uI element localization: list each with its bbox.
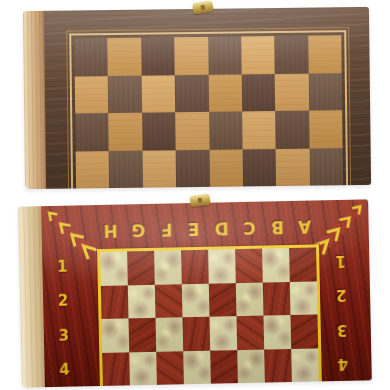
chessboard-half-rosewood: [100, 247, 319, 385]
square-dark: [176, 149, 210, 187]
square-light: [209, 316, 237, 350]
rank-labels-right: 1234: [329, 244, 354, 381]
file-label: H: [96, 215, 124, 246]
square-light: [237, 349, 265, 383]
wooden-chess-box-bottom: HGFEDCBA 1234 1234: [18, 199, 372, 387]
file-label: A: [291, 211, 319, 242]
square-light: [154, 250, 182, 284]
square-dark: [109, 150, 143, 188]
square-light: [290, 281, 318, 315]
square-dark: [308, 73, 342, 111]
square-dark: [263, 282, 291, 316]
square-light: [291, 348, 319, 382]
square-light: [241, 36, 275, 74]
square-dark: [242, 74, 276, 112]
square-dark: [209, 111, 243, 149]
rank-label: 3: [336, 320, 347, 338]
rank-label: 1: [57, 258, 68, 276]
square-light: [183, 350, 211, 384]
square-light: [208, 249, 236, 283]
rank-label: 4: [337, 355, 348, 373]
box-top-face-rosewood: HGFEDCBA 1234 1234: [41, 199, 372, 387]
square-dark: [275, 111, 309, 149]
square-dark: [309, 148, 343, 186]
square-dark: [156, 351, 184, 385]
square-dark: [108, 75, 142, 113]
square-light: [208, 74, 242, 112]
box-top-face-walnut: [44, 7, 371, 189]
rank-label: 4: [59, 361, 70, 379]
square-light: [156, 317, 184, 351]
square-light: [142, 150, 176, 188]
square-light: [209, 149, 243, 187]
square-light: [262, 248, 290, 282]
square-dark: [141, 37, 175, 75]
rank-labels-left: 1234: [51, 250, 76, 387]
square-dark: [175, 74, 209, 112]
square-dark: [127, 251, 155, 285]
square-light: [174, 37, 208, 75]
rank-label: 2: [336, 286, 347, 304]
square-dark: [181, 250, 209, 284]
square-dark: [102, 352, 130, 386]
file-labels-row: HGFEDCBA: [96, 211, 319, 246]
square-dark: [290, 314, 318, 348]
rank-label: 2: [58, 292, 69, 310]
square-dark: [142, 112, 176, 150]
square-light: [108, 38, 142, 76]
square-light: [102, 318, 130, 352]
chessboard-half-walnut: [74, 35, 343, 188]
file-label: G: [124, 215, 152, 246]
square-dark: [208, 36, 242, 74]
square-light: [275, 73, 309, 111]
square-dark: [182, 317, 210, 351]
square-dark: [75, 113, 109, 151]
square-dark: [274, 36, 308, 74]
square-dark: [155, 284, 183, 318]
square-light: [182, 283, 210, 317]
file-label: E: [180, 214, 208, 245]
file-label: B: [263, 212, 291, 243]
square-dark: [129, 318, 157, 352]
square-dark: [236, 316, 264, 350]
rank-label: 3: [58, 326, 69, 344]
square-light: [129, 351, 157, 385]
yellow-border-frame: [97, 244, 322, 386]
product-photo: HGFEDCBA 1234 1234: [0, 0, 390, 390]
square-dark: [264, 348, 292, 382]
square-light: [75, 76, 109, 114]
box-side-panel: [23, 11, 46, 189]
square-light: [242, 111, 276, 149]
square-light: [263, 315, 291, 349]
file-label: D: [207, 213, 235, 244]
rank-label: 1: [335, 252, 346, 270]
square-light: [175, 112, 209, 150]
square-light: [141, 75, 175, 113]
square-dark: [209, 283, 237, 317]
square-light: [128, 284, 156, 318]
square-dark: [101, 285, 129, 319]
square-light: [308, 35, 342, 73]
square-dark: [243, 149, 277, 187]
file-label: C: [235, 213, 263, 244]
square-dark: [235, 249, 263, 283]
square-light: [309, 110, 343, 148]
square-light: [276, 148, 310, 186]
square-dark: [74, 38, 108, 76]
square-light: [100, 251, 128, 285]
file-label: F: [152, 214, 180, 245]
square-light: [76, 151, 110, 189]
square-light: [109, 113, 143, 151]
square-light: [236, 282, 264, 316]
square-dark: [210, 350, 238, 384]
wooden-chess-box-top: [23, 7, 371, 189]
square-dark: [289, 247, 317, 281]
